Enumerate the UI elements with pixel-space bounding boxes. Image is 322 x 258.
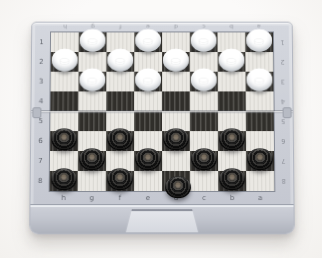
rank-label-left-7: 7 — [31, 151, 50, 171]
square-d7[interactable] — [162, 151, 190, 171]
file-label-bottom-a: a — [246, 190, 274, 205]
piece-white-f2[interactable]: ⛀ — [107, 49, 133, 72]
black-man-glyph: ⛂ — [114, 173, 125, 186]
black-man-glyph: ⛂ — [173, 181, 184, 194]
square-g4[interactable] — [78, 91, 106, 111]
rank-label-left-2: 2 — [32, 52, 51, 72]
piece-white-c3[interactable]: ⛀ — [191, 68, 217, 91]
square-g5[interactable] — [78, 111, 106, 131]
rank-label-right-1: 1 — [273, 32, 292, 52]
white-man-glyph: ⛀ — [198, 34, 209, 47]
white-man-glyph: ⛀ — [87, 73, 98, 86]
black-man-glyph: ⛂ — [255, 153, 266, 166]
file-label-bottom-g: g — [78, 190, 106, 205]
file-label-bottom-e: e — [134, 190, 162, 205]
board-front-edge — [30, 204, 294, 233]
file-label-top-d: d — [162, 23, 190, 33]
piece-black-h8[interactable]: ⛂ — [51, 168, 77, 190]
black-man-glyph: ⛂ — [227, 173, 238, 186]
piece-black-d8[interactable]: ⛂ — [165, 176, 191, 198]
white-man-glyph: ⛀ — [170, 54, 181, 67]
hinge-right — [283, 107, 292, 118]
white-man-glyph: ⛀ — [254, 34, 265, 47]
white-man-glyph: ⛀ — [143, 34, 154, 47]
black-man-glyph: ⛂ — [143, 153, 154, 166]
square-e5[interactable] — [134, 111, 162, 131]
black-man-glyph: ⛂ — [199, 153, 210, 166]
white-man-glyph: ⛀ — [115, 54, 126, 67]
piece-white-b2[interactable]: ⛀ — [219, 49, 245, 72]
square-h3[interactable] — [51, 72, 79, 92]
rank-label-left-8: 8 — [31, 171, 50, 191]
white-man-glyph: ⛀ — [226, 54, 237, 67]
rank-label-left-6: 6 — [31, 131, 50, 151]
black-man-glyph: ⛂ — [115, 133, 126, 146]
rank-label-right-6: 6 — [274, 131, 293, 151]
piece-white-h2[interactable]: ⛀ — [52, 49, 78, 72]
piece-black-h6[interactable]: ⛂ — [51, 128, 77, 150]
rank-label-right-2: 2 — [273, 52, 292, 72]
file-label-top-b: b — [217, 23, 245, 33]
piece-black-e7[interactable]: ⛂ — [135, 148, 161, 170]
square-c8[interactable] — [190, 171, 218, 191]
piece-black-b8[interactable]: ⛂ — [219, 168, 245, 190]
black-man-glyph: ⛂ — [226, 133, 237, 146]
square-d3[interactable] — [162, 72, 190, 92]
square-b4[interactable] — [218, 91, 246, 111]
white-man-glyph: ⛀ — [254, 73, 265, 86]
piece-black-a7[interactable]: ⛂ — [247, 148, 273, 170]
piece-white-d2[interactable]: ⛀ — [163, 49, 189, 72]
hinge-left — [32, 107, 41, 118]
square-g8[interactable] — [78, 171, 106, 191]
rank-label-right-3: 3 — [273, 72, 292, 92]
piece-black-c7[interactable]: ⛂ — [191, 148, 217, 170]
square-c5[interactable] — [190, 111, 218, 131]
file-labels-bottom: hgfedcba — [50, 190, 275, 205]
black-man-glyph: ⛂ — [59, 133, 70, 146]
piece-white-a3[interactable]: ⛀ — [246, 68, 272, 91]
piece-black-b6[interactable]: ⛂ — [219, 128, 245, 150]
piece-white-g1[interactable]: ⛀ — [80, 29, 106, 52]
square-f4[interactable] — [106, 91, 134, 111]
piece-black-f6[interactable]: ⛂ — [107, 128, 133, 150]
square-f3[interactable] — [106, 72, 134, 92]
white-man-glyph: ⛀ — [87, 34, 98, 47]
white-man-glyph: ⛀ — [198, 73, 209, 86]
photo-background: hgfedcba 12345678 12345678 hgfedcba ⛀⛀⛀⛀… — [0, 0, 322, 258]
piece-white-g3[interactable]: ⛀ — [79, 68, 105, 91]
piece-black-d6[interactable]: ⛂ — [163, 128, 189, 150]
black-man-glyph: ⛂ — [171, 133, 182, 146]
square-d4[interactable] — [162, 91, 190, 111]
piece-black-f8[interactable]: ⛂ — [107, 168, 133, 190]
square-h4[interactable] — [50, 91, 78, 111]
square-a4[interactable] — [246, 91, 274, 111]
rank-label-left-3: 3 — [32, 72, 51, 92]
square-b3[interactable] — [218, 72, 246, 92]
file-label-bottom-f: f — [106, 190, 134, 205]
file-label-top-h: h — [51, 23, 79, 33]
rank-label-left-1: 1 — [32, 32, 51, 52]
handle-notch — [126, 209, 198, 234]
white-man-glyph: ⛀ — [59, 54, 70, 67]
fold-seam — [31, 110, 292, 113]
checkers-board: hgfedcba 12345678 12345678 hgfedcba ⛀⛀⛀⛀… — [29, 22, 295, 235]
file-label-top-f: f — [107, 23, 135, 33]
rank-label-right-8: 8 — [274, 171, 293, 191]
piece-white-a1[interactable]: ⛀ — [246, 29, 272, 52]
black-man-glyph: ⛂ — [86, 153, 97, 166]
white-man-glyph: ⛀ — [143, 73, 154, 86]
black-man-glyph: ⛂ — [58, 173, 69, 186]
file-label-bottom-b: b — [218, 190, 246, 205]
file-label-bottom-c: c — [190, 190, 218, 205]
file-label-bottom-h: h — [50, 190, 78, 205]
square-e8[interactable] — [134, 171, 162, 191]
square-a8[interactable] — [246, 171, 274, 191]
piece-white-e1[interactable]: ⛀ — [135, 29, 161, 52]
piece-black-g7[interactable]: ⛂ — [79, 148, 105, 170]
square-c4[interactable] — [190, 91, 218, 111]
square-e4[interactable] — [134, 91, 162, 111]
square-a5[interactable] — [246, 111, 274, 131]
piece-white-e3[interactable]: ⛀ — [135, 68, 161, 91]
piece-white-c1[interactable]: ⛀ — [191, 29, 217, 52]
rank-label-right-7: 7 — [274, 151, 293, 171]
